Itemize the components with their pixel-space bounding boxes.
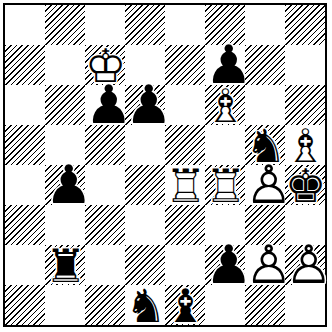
- black-knight-piece: ♞: [245, 125, 285, 165]
- black-bishop-piece: ♝: [165, 285, 205, 325]
- square-d7[interactable]: [125, 45, 165, 85]
- white-bishop-piece: ♗: [285, 125, 325, 165]
- square-h4[interactable]: ♚♚: [285, 165, 325, 205]
- square-f2[interactable]: ♟♟: [205, 245, 245, 285]
- square-f1[interactable]: [205, 285, 245, 325]
- square-c8[interactable]: [85, 5, 125, 45]
- chess-diagram-page: ♚♔♟♟♟♟♟♟♝♗♞♞♝♗♟♟♜♖♜♖♟♙♚♚♜♜♟♟♟♙♟♙♞♞♝♝: [0, 0, 332, 332]
- square-g6[interactable]: [245, 85, 285, 125]
- square-f6[interactable]: ♝♗: [205, 85, 245, 125]
- black-pawn-silhouette: ♟: [125, 85, 165, 125]
- black-king-piece: ♚: [285, 165, 325, 205]
- square-g4[interactable]: ♟♙: [245, 165, 285, 205]
- square-f5[interactable]: [205, 125, 245, 165]
- black-king-silhouette: ♚: [285, 165, 325, 205]
- white-pawn-piece: ♙: [245, 165, 285, 205]
- square-b8[interactable]: [45, 5, 85, 45]
- white-bishop-silhouette: ♝: [285, 125, 325, 165]
- square-b1[interactable]: [45, 285, 85, 325]
- square-h3[interactable]: [285, 205, 325, 245]
- black-pawn-silhouette: ♟: [85, 85, 125, 125]
- black-knight-silhouette: ♞: [245, 125, 285, 165]
- white-pawn-piece: ♙: [285, 245, 325, 285]
- white-bishop-silhouette: ♝: [205, 85, 245, 125]
- black-pawn-piece: ♟: [85, 85, 125, 125]
- square-d8[interactable]: [125, 5, 165, 45]
- white-rook-piece: ♖: [165, 165, 205, 205]
- square-h2[interactable]: ♟♙: [285, 245, 325, 285]
- black-pawn-silhouette: ♟: [205, 45, 245, 85]
- chess-board: ♚♔♟♟♟♟♟♟♝♗♞♞♝♗♟♟♜♖♜♖♟♙♚♚♜♜♟♟♟♙♟♙♞♞♝♝: [5, 5, 325, 325]
- square-f7[interactable]: ♟♟: [205, 45, 245, 85]
- square-e5[interactable]: [165, 125, 205, 165]
- black-pawn-silhouette: ♟: [205, 245, 245, 285]
- square-h1[interactable]: [285, 285, 325, 325]
- square-a4[interactable]: [5, 165, 45, 205]
- white-rook-silhouette: ♜: [205, 165, 245, 205]
- square-d2[interactable]: [125, 245, 165, 285]
- square-d4[interactable]: [125, 165, 165, 205]
- square-e3[interactable]: [165, 205, 205, 245]
- square-f8[interactable]: [205, 5, 245, 45]
- square-g2[interactable]: ♟♙: [245, 245, 285, 285]
- square-a1[interactable]: [5, 285, 45, 325]
- white-pawn-silhouette: ♟: [245, 165, 285, 205]
- square-b5[interactable]: [45, 125, 85, 165]
- square-h7[interactable]: [285, 45, 325, 85]
- square-e1[interactable]: ♝♝: [165, 285, 205, 325]
- square-e4[interactable]: ♜♖: [165, 165, 205, 205]
- square-e6[interactable]: [165, 85, 205, 125]
- square-a6[interactable]: [5, 85, 45, 125]
- square-c4[interactable]: [85, 165, 125, 205]
- black-bishop-silhouette: ♝: [165, 285, 205, 325]
- square-h5[interactable]: ♝♗: [285, 125, 325, 165]
- white-pawn-silhouette: ♟: [285, 245, 325, 285]
- black-pawn-piece: ♟: [45, 165, 85, 205]
- square-g3[interactable]: [245, 205, 285, 245]
- square-g1[interactable]: [245, 285, 285, 325]
- square-e7[interactable]: [165, 45, 205, 85]
- black-pawn-piece: ♟: [125, 85, 165, 125]
- square-d1[interactable]: ♞♞: [125, 285, 165, 325]
- white-king-silhouette: ♚: [85, 45, 125, 85]
- black-pawn-silhouette: ♟: [45, 165, 85, 205]
- square-c5[interactable]: [85, 125, 125, 165]
- black-rook-piece: ♜: [45, 245, 85, 285]
- black-pawn-piece: ♟: [205, 45, 245, 85]
- square-c1[interactable]: [85, 285, 125, 325]
- square-d3[interactable]: [125, 205, 165, 245]
- square-h8[interactable]: [285, 5, 325, 45]
- square-c6[interactable]: ♟♟: [85, 85, 125, 125]
- black-pawn-piece: ♟: [205, 245, 245, 285]
- white-king-piece: ♔: [85, 45, 125, 85]
- square-c7[interactable]: ♚♔: [85, 45, 125, 85]
- square-e2[interactable]: [165, 245, 205, 285]
- square-a3[interactable]: [5, 205, 45, 245]
- square-a7[interactable]: [5, 45, 45, 85]
- square-d5[interactable]: [125, 125, 165, 165]
- square-b7[interactable]: [45, 45, 85, 85]
- square-e8[interactable]: [165, 5, 205, 45]
- white-pawn-piece: ♙: [245, 245, 285, 285]
- square-h6[interactable]: [285, 85, 325, 125]
- square-f4[interactable]: ♜♖: [205, 165, 245, 205]
- square-c3[interactable]: [85, 205, 125, 245]
- black-rook-silhouette: ♜: [45, 245, 85, 285]
- square-a5[interactable]: [5, 125, 45, 165]
- white-rook-silhouette: ♜: [165, 165, 205, 205]
- square-d6[interactable]: ♟♟: [125, 85, 165, 125]
- board-frame: ♚♔♟♟♟♟♟♟♝♗♞♞♝♗♟♟♜♖♜♖♟♙♚♚♜♜♟♟♟♙♟♙♞♞♝♝: [3, 3, 327, 327]
- square-b3[interactable]: [45, 205, 85, 245]
- black-knight-silhouette: ♞: [125, 285, 165, 325]
- square-a2[interactable]: [5, 245, 45, 285]
- white-bishop-piece: ♗: [205, 85, 245, 125]
- square-g5[interactable]: ♞♞: [245, 125, 285, 165]
- square-f3[interactable]: [205, 205, 245, 245]
- square-g7[interactable]: [245, 45, 285, 85]
- square-g8[interactable]: [245, 5, 285, 45]
- white-pawn-silhouette: ♟: [245, 245, 285, 285]
- square-a8[interactable]: [5, 5, 45, 45]
- square-c2[interactable]: [85, 245, 125, 285]
- square-b6[interactable]: [45, 85, 85, 125]
- white-rook-piece: ♖: [205, 165, 245, 205]
- square-b2[interactable]: ♜♜: [45, 245, 85, 285]
- black-knight-piece: ♞: [125, 285, 165, 325]
- square-b4[interactable]: ♟♟: [45, 165, 85, 205]
